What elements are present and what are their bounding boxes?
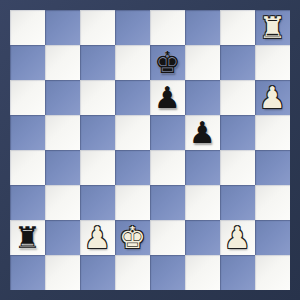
piece-white-pawn[interactable]: ♟ [224,220,251,255]
square-d8[interactable] [115,10,150,45]
square-d2[interactable]: ♚ [115,220,150,255]
square-g2[interactable]: ♟ [220,220,255,255]
square-h4[interactable] [255,150,290,185]
square-c7[interactable] [80,45,115,80]
square-d1[interactable] [115,255,150,290]
square-b5[interactable] [45,115,80,150]
square-f5[interactable]: ♟ [185,115,220,150]
square-c2[interactable]: ♟ [80,220,115,255]
square-b4[interactable] [45,150,80,185]
square-c8[interactable] [80,10,115,45]
square-e3[interactable] [150,185,185,220]
square-d6[interactable] [115,80,150,115]
square-h2[interactable] [255,220,290,255]
square-g1[interactable] [220,255,255,290]
square-g7[interactable] [220,45,255,80]
chess-board: ♜♚♟♟♟♜♟♚♟ [10,10,290,290]
square-f7[interactable] [185,45,220,80]
square-a1[interactable] [10,255,45,290]
square-d3[interactable] [115,185,150,220]
square-e2[interactable] [150,220,185,255]
square-h8[interactable]: ♜ [255,10,290,45]
square-a2[interactable]: ♜ [10,220,45,255]
piece-white-rook[interactable]: ♜ [259,10,286,45]
square-h7[interactable] [255,45,290,80]
square-b8[interactable] [45,10,80,45]
square-h5[interactable] [255,115,290,150]
square-e4[interactable] [150,150,185,185]
piece-white-king[interactable]: ♚ [119,220,146,255]
square-f1[interactable] [185,255,220,290]
square-f2[interactable] [185,220,220,255]
square-h1[interactable] [255,255,290,290]
piece-black-pawn[interactable]: ♟ [189,115,216,150]
square-d5[interactable] [115,115,150,150]
square-b3[interactable] [45,185,80,220]
square-a6[interactable] [10,80,45,115]
square-g5[interactable] [220,115,255,150]
square-c5[interactable] [80,115,115,150]
square-c6[interactable] [80,80,115,115]
square-a7[interactable] [10,45,45,80]
square-c4[interactable] [80,150,115,185]
square-e6[interactable]: ♟ [150,80,185,115]
square-d4[interactable] [115,150,150,185]
square-a5[interactable] [10,115,45,150]
piece-white-pawn[interactable]: ♟ [84,220,111,255]
square-f4[interactable] [185,150,220,185]
square-h3[interactable] [255,185,290,220]
square-b2[interactable] [45,220,80,255]
square-g6[interactable] [220,80,255,115]
square-d7[interactable] [115,45,150,80]
piece-white-pawn[interactable]: ♟ [259,80,286,115]
square-f8[interactable] [185,10,220,45]
square-c1[interactable] [80,255,115,290]
square-g4[interactable] [220,150,255,185]
square-b7[interactable] [45,45,80,80]
square-g8[interactable] [220,10,255,45]
board-frame: ♜♚♟♟♟♜♟♚♟ [0,0,300,300]
piece-black-pawn[interactable]: ♟ [154,80,181,115]
piece-black-king[interactable]: ♚ [154,45,181,80]
square-a4[interactable] [10,150,45,185]
square-f6[interactable] [185,80,220,115]
piece-black-rook[interactable]: ♜ [14,220,41,255]
square-g3[interactable] [220,185,255,220]
square-e1[interactable] [150,255,185,290]
square-b6[interactable] [45,80,80,115]
square-f3[interactable] [185,185,220,220]
square-e8[interactable] [150,10,185,45]
square-b1[interactable] [45,255,80,290]
square-a8[interactable] [10,10,45,45]
square-e7[interactable]: ♚ [150,45,185,80]
square-c3[interactable] [80,185,115,220]
square-h6[interactable]: ♟ [255,80,290,115]
square-a3[interactable] [10,185,45,220]
square-e5[interactable] [150,115,185,150]
